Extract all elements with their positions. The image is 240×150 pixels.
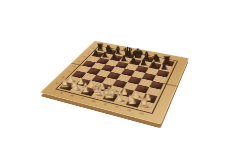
- piece-black-pawn[interactable]: ♟: [159, 62, 170, 70]
- scene: ♜♞♝♛♚♝♞♜♟♟♟♟♟♟♟♟♟♟♟♟♟♟♟♟♜♞♝♛♚♝♞♜ ABCDEFG…: [0, 0, 240, 150]
- piece-black-pawn[interactable]: ♟: [148, 60, 159, 68]
- chess-set-photo: ♜♞♝♛♚♝♞♜♟♟♟♟♟♟♟♟♟♟♟♟♟♟♟♟♜♞♝♛♚♝♞♜ ABCDEFG…: [0, 0, 240, 150]
- piece-white-knight[interactable]: ♞: [125, 93, 138, 106]
- square-h7[interactable]: ♟: [159, 65, 172, 72]
- piece-white-bishop[interactable]: ♝: [113, 90, 126, 103]
- chess-board: ♜♞♝♛♚♝♞♜♟♟♟♟♟♟♟♟♟♟♟♟♟♟♟♟♜♞♝♛♚♝♞♜ ABCDEFG…: [40, 41, 189, 125]
- piece-white-rook[interactable]: ♜: [137, 98, 150, 110]
